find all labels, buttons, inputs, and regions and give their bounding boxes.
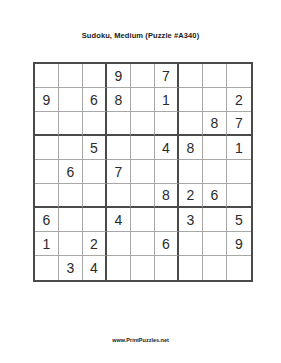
cell-r5c7: [179, 160, 203, 184]
cell-r1c5: [131, 64, 155, 88]
cell-r7c4: 4: [107, 208, 131, 232]
cell-r4c1: [35, 136, 59, 160]
cell-r4c7: 8: [179, 136, 203, 160]
cell-r9c1: [35, 256, 59, 280]
cell-r9c7: [179, 256, 203, 280]
cell-r4c9: 1: [227, 136, 251, 160]
cell-r7c6: [155, 208, 179, 232]
sudoku-board: 9796812875481678266435126934: [33, 62, 253, 282]
cell-r5c8: [203, 160, 227, 184]
cell-r7c1: 6: [35, 208, 59, 232]
cell-r5c5: [131, 160, 155, 184]
cell-r3c6: [155, 112, 179, 136]
cell-r5c9: [227, 160, 251, 184]
cell-r4c8: [203, 136, 227, 160]
cell-r3c1: [35, 112, 59, 136]
cell-r1c7: [179, 64, 203, 88]
cell-r2c8: [203, 88, 227, 112]
cell-r7c7: 3: [179, 208, 203, 232]
cell-r2c2: [59, 88, 83, 112]
cell-r8c5: [131, 232, 155, 256]
cell-r9c6: [155, 256, 179, 280]
cell-r8c2: [59, 232, 83, 256]
cell-r2c4: 8: [107, 88, 131, 112]
cell-r8c8: [203, 232, 227, 256]
cell-r9c9: [227, 256, 251, 280]
cell-r6c5: [131, 184, 155, 208]
cell-r6c8: 6: [203, 184, 227, 208]
cell-r4c6: 4: [155, 136, 179, 160]
cell-r5c2: 6: [59, 160, 83, 184]
cell-r5c4: 7: [107, 160, 131, 184]
cell-r2c7: [179, 88, 203, 112]
cell-r8c4: [107, 232, 131, 256]
cell-r3c5: [131, 112, 155, 136]
footer-url: www.PrintPuzzles.net: [0, 337, 281, 343]
cell-r8c6: 6: [155, 232, 179, 256]
cell-r9c4: [107, 256, 131, 280]
cell-r6c9: [227, 184, 251, 208]
page-title: Sudoku, Medium (Puzzle #A340): [0, 31, 281, 40]
cell-r2c6: 1: [155, 88, 179, 112]
cell-r6c3: [83, 184, 107, 208]
cell-r3c4: [107, 112, 131, 136]
cell-r1c1: [35, 64, 59, 88]
cell-r9c3: 4: [83, 256, 107, 280]
cell-r7c3: [83, 208, 107, 232]
cell-r3c7: [179, 112, 203, 136]
cell-r9c2: 3: [59, 256, 83, 280]
cell-r2c1: 9: [35, 88, 59, 112]
sudoku-page: Sudoku, Medium (Puzzle #A340) 9796812875…: [0, 0, 281, 363]
cell-r9c8: [203, 256, 227, 280]
cell-r3c3: [83, 112, 107, 136]
cell-r6c7: 2: [179, 184, 203, 208]
cell-r2c3: 6: [83, 88, 107, 112]
cell-r6c2: [59, 184, 83, 208]
cell-r2c9: 2: [227, 88, 251, 112]
cell-r4c3: 5: [83, 136, 107, 160]
cell-r6c1: [35, 184, 59, 208]
cell-r8c1: 1: [35, 232, 59, 256]
cell-r3c9: 7: [227, 112, 251, 136]
cell-r4c4: [107, 136, 131, 160]
cell-r5c1: [35, 160, 59, 184]
cell-r7c9: 5: [227, 208, 251, 232]
cell-r7c8: [203, 208, 227, 232]
cell-r6c6: 8: [155, 184, 179, 208]
cell-r2c5: [131, 88, 155, 112]
cell-r8c3: 2: [83, 232, 107, 256]
cell-r1c3: [83, 64, 107, 88]
cell-r3c8: 8: [203, 112, 227, 136]
cell-r1c6: 7: [155, 64, 179, 88]
cell-r5c6: [155, 160, 179, 184]
cell-r1c9: [227, 64, 251, 88]
cell-r4c5: [131, 136, 155, 160]
cell-r1c2: [59, 64, 83, 88]
cell-r5c3: [83, 160, 107, 184]
cell-r8c7: [179, 232, 203, 256]
cell-r6c4: [107, 184, 131, 208]
cell-r3c2: [59, 112, 83, 136]
cell-r7c5: [131, 208, 155, 232]
cell-r1c4: 9: [107, 64, 131, 88]
cell-r9c5: [131, 256, 155, 280]
cell-r1c8: [203, 64, 227, 88]
cell-r7c2: [59, 208, 83, 232]
cell-r8c9: 9: [227, 232, 251, 256]
cell-r4c2: [59, 136, 83, 160]
